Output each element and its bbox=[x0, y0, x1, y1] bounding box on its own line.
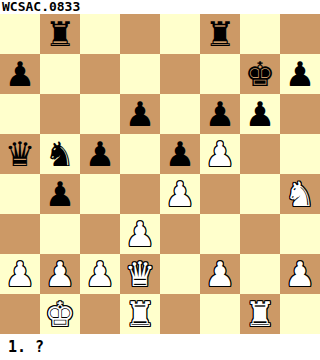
piece-white-rook[interactable]: ♜ bbox=[120, 294, 160, 334]
piece-white-rook[interactable]: ♜ bbox=[240, 294, 280, 334]
square-e3[interactable] bbox=[160, 214, 200, 254]
square-c8[interactable] bbox=[80, 14, 120, 54]
piece-black-pawn[interactable]: ♟ bbox=[120, 94, 160, 134]
piece-black-pawn[interactable]: ♟ bbox=[160, 134, 200, 174]
square-d4[interactable] bbox=[120, 174, 160, 214]
square-c6[interactable] bbox=[80, 94, 120, 134]
piece-white-pawn[interactable]: ♟ bbox=[160, 174, 200, 214]
square-a5[interactable]: ♛ bbox=[0, 134, 40, 174]
square-h1[interactable] bbox=[280, 294, 320, 334]
square-a1[interactable] bbox=[0, 294, 40, 334]
square-d8[interactable] bbox=[120, 14, 160, 54]
square-f2[interactable]: ♟ bbox=[200, 254, 240, 294]
square-f7[interactable] bbox=[200, 54, 240, 94]
square-d3[interactable]: ♟ bbox=[120, 214, 160, 254]
square-a3[interactable] bbox=[0, 214, 40, 254]
square-h6[interactable] bbox=[280, 94, 320, 134]
square-g1[interactable]: ♜ bbox=[240, 294, 280, 334]
square-e2[interactable] bbox=[160, 254, 200, 294]
square-c2[interactable]: ♟ bbox=[80, 254, 120, 294]
square-c5[interactable]: ♟ bbox=[80, 134, 120, 174]
square-b8[interactable]: ♜ bbox=[40, 14, 80, 54]
square-g5[interactable] bbox=[240, 134, 280, 174]
square-b4[interactable]: ♟ bbox=[40, 174, 80, 214]
square-b2[interactable]: ♟ bbox=[40, 254, 80, 294]
square-c1[interactable] bbox=[80, 294, 120, 334]
square-g3[interactable] bbox=[240, 214, 280, 254]
piece-white-pawn[interactable]: ♟ bbox=[40, 254, 80, 294]
piece-black-pawn[interactable]: ♟ bbox=[280, 54, 320, 94]
square-b3[interactable] bbox=[40, 214, 80, 254]
piece-white-queen[interactable]: ♛ bbox=[120, 254, 160, 294]
square-a2[interactable]: ♟ bbox=[0, 254, 40, 294]
piece-white-pawn[interactable]: ♟ bbox=[280, 254, 320, 294]
piece-black-pawn[interactable]: ♟ bbox=[80, 134, 120, 174]
square-a4[interactable] bbox=[0, 174, 40, 214]
square-a6[interactable] bbox=[0, 94, 40, 134]
square-b5[interactable]: ♞ bbox=[40, 134, 80, 174]
square-h2[interactable]: ♟ bbox=[280, 254, 320, 294]
square-g2[interactable] bbox=[240, 254, 280, 294]
square-f3[interactable] bbox=[200, 214, 240, 254]
piece-black-pawn[interactable]: ♟ bbox=[200, 94, 240, 134]
square-b7[interactable] bbox=[40, 54, 80, 94]
square-f6[interactable]: ♟ bbox=[200, 94, 240, 134]
square-g8[interactable] bbox=[240, 14, 280, 54]
square-c4[interactable] bbox=[80, 174, 120, 214]
square-d2[interactable]: ♛ bbox=[120, 254, 160, 294]
square-a7[interactable]: ♟ bbox=[0, 54, 40, 94]
square-h7[interactable]: ♟ bbox=[280, 54, 320, 94]
square-e4[interactable]: ♟ bbox=[160, 174, 200, 214]
square-e1[interactable] bbox=[160, 294, 200, 334]
chess-board: ♜♜♟♚♟♟♟♟♛♞♟♟♟♟♟♞♟♟♟♟♛♟♟♚♜♜ bbox=[0, 14, 320, 334]
square-e8[interactable] bbox=[160, 14, 200, 54]
status-bar: 1. ? bbox=[0, 334, 320, 360]
title-bar: WCSAC.0833 bbox=[0, 0, 320, 14]
piece-black-queen[interactable]: ♛ bbox=[0, 134, 40, 174]
puzzle-title: WCSAC.0833 bbox=[2, 0, 80, 14]
piece-white-pawn[interactable]: ♟ bbox=[80, 254, 120, 294]
square-e6[interactable] bbox=[160, 94, 200, 134]
piece-black-king[interactable]: ♚ bbox=[240, 54, 280, 94]
square-d5[interactable] bbox=[120, 134, 160, 174]
square-d6[interactable]: ♟ bbox=[120, 94, 160, 134]
square-d1[interactable]: ♜ bbox=[120, 294, 160, 334]
piece-black-pawn[interactable]: ♟ bbox=[40, 174, 80, 214]
square-c7[interactable] bbox=[80, 54, 120, 94]
square-f5[interactable]: ♟ bbox=[200, 134, 240, 174]
square-a8[interactable] bbox=[0, 14, 40, 54]
piece-black-rook[interactable]: ♜ bbox=[200, 14, 240, 54]
square-c3[interactable] bbox=[80, 214, 120, 254]
square-f8[interactable]: ♜ bbox=[200, 14, 240, 54]
square-h8[interactable] bbox=[280, 14, 320, 54]
square-b6[interactable] bbox=[40, 94, 80, 134]
square-g4[interactable] bbox=[240, 174, 280, 214]
square-b1[interactable]: ♚ bbox=[40, 294, 80, 334]
piece-black-rook[interactable]: ♜ bbox=[40, 14, 80, 54]
square-f4[interactable] bbox=[200, 174, 240, 214]
piece-white-pawn[interactable]: ♟ bbox=[200, 134, 240, 174]
piece-black-knight[interactable]: ♞ bbox=[40, 134, 80, 174]
piece-white-pawn[interactable]: ♟ bbox=[200, 254, 240, 294]
square-f1[interactable] bbox=[200, 294, 240, 334]
square-g7[interactable]: ♚ bbox=[240, 54, 280, 94]
piece-white-pawn[interactable]: ♟ bbox=[120, 214, 160, 254]
square-e7[interactable] bbox=[160, 54, 200, 94]
square-g6[interactable]: ♟ bbox=[240, 94, 280, 134]
piece-white-knight[interactable]: ♞ bbox=[280, 174, 320, 214]
chess-app-window: WCSAC.0833 ♜♜♟♚♟♟♟♟♛♞♟♟♟♟♟♞♟♟♟♟♛♟♟♚♜♜ 1.… bbox=[0, 0, 320, 360]
square-d7[interactable] bbox=[120, 54, 160, 94]
square-e5[interactable]: ♟ bbox=[160, 134, 200, 174]
square-h5[interactable] bbox=[280, 134, 320, 174]
square-h4[interactable]: ♞ bbox=[280, 174, 320, 214]
piece-white-pawn[interactable]: ♟ bbox=[0, 254, 40, 294]
square-h3[interactable] bbox=[280, 214, 320, 254]
piece-white-king[interactable]: ♚ bbox=[40, 294, 80, 334]
move-prompt: 1. ? bbox=[8, 338, 44, 356]
piece-black-pawn[interactable]: ♟ bbox=[0, 54, 40, 94]
piece-black-pawn[interactable]: ♟ bbox=[240, 94, 280, 134]
